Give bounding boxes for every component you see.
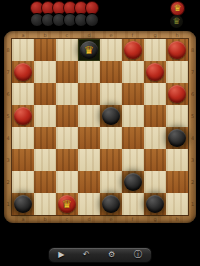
rank-label-left: 4 (7, 136, 10, 141)
square-r7c6[interactable] (122, 171, 144, 193)
square-r5c7 (144, 127, 166, 149)
file-label-top: b (44, 33, 47, 38)
square-r1c1 (12, 39, 34, 61)
bottom-toolbar: ▶↶⚙ⓘ (48, 247, 152, 263)
square-r6c5[interactable] (100, 149, 122, 171)
black-man[interactable] (146, 195, 164, 213)
square-r7c2[interactable] (34, 171, 56, 193)
square-r8c7[interactable] (144, 193, 166, 215)
square-r4c3[interactable] (56, 105, 78, 127)
black-king[interactable]: ♛ (80, 41, 98, 59)
square-r8c2 (34, 193, 56, 215)
square-r3c4[interactable] (78, 83, 100, 105)
square-r8c8 (166, 193, 188, 215)
rank-label-right: 2 (191, 180, 194, 185)
rank-label-left: 7 (7, 70, 10, 75)
rank-label-left: 6 (7, 92, 10, 97)
black-king-indicator: ♛ (170, 15, 183, 28)
red-man[interactable] (146, 63, 164, 81)
square-r5c1 (12, 127, 34, 149)
settings-icon[interactable]: ⚙ (108, 251, 115, 259)
square-r2c5[interactable] (100, 61, 122, 83)
square-r7c5 (100, 171, 122, 193)
rank-label-right: 4 (191, 136, 194, 141)
square-r7c7 (144, 171, 166, 193)
file-label-top: d (88, 33, 91, 38)
file-label-bottom: h (176, 217, 179, 222)
square-r2c8 (166, 61, 188, 83)
square-r6c3[interactable] (56, 149, 78, 171)
square-r5c2[interactable] (34, 127, 56, 149)
square-r6c7[interactable] (144, 149, 166, 171)
rank-label-right: 8 (191, 48, 194, 53)
file-label-top: g (154, 33, 157, 38)
red-man[interactable] (168, 85, 186, 103)
square-r5c5 (100, 127, 122, 149)
file-label-bottom: c (66, 217, 69, 222)
file-label-bottom: a (22, 217, 25, 222)
rank-label-right: 5 (191, 114, 194, 119)
square-r2c2 (34, 61, 56, 83)
red-king-indicator: ♛ (170, 1, 185, 16)
black-man[interactable] (14, 195, 32, 213)
square-r6c6 (122, 149, 144, 171)
square-r2c3[interactable] (56, 61, 78, 83)
square-r7c3 (56, 171, 78, 193)
rank-label-right: 1 (191, 202, 194, 207)
black-man[interactable] (102, 107, 120, 125)
black-man[interactable] (102, 195, 120, 213)
file-label-bottom: b (44, 217, 47, 222)
rank-label-right: 6 (191, 92, 194, 97)
square-r3c5 (100, 83, 122, 105)
square-r2c4 (78, 61, 100, 83)
square-r7c1 (12, 171, 34, 193)
square-r8c6 (122, 193, 144, 215)
file-label-top: f (132, 33, 134, 38)
square-r8c5[interactable] (100, 193, 122, 215)
black-man[interactable] (168, 129, 186, 147)
file-label-top: a (22, 33, 25, 38)
rank-label-left: 2 (7, 180, 10, 185)
square-r6c8 (166, 149, 188, 171)
square-r4c6 (122, 105, 144, 127)
square-r2c7[interactable] (144, 61, 166, 83)
square-r1c2[interactable] (34, 39, 56, 61)
square-r1c6[interactable] (122, 39, 144, 61)
red-man[interactable] (124, 41, 142, 59)
file-label-bottom: f (132, 217, 134, 222)
file-label-bottom: d (88, 217, 91, 222)
checkers-board: aabbccddeeffgghh8877665544332211 ♛♛ (4, 31, 196, 223)
square-r5c4[interactable] (78, 127, 100, 149)
square-r4c8 (166, 105, 188, 127)
rank-label-left: 8 (7, 48, 10, 53)
play-icon[interactable]: ▶ (58, 251, 64, 259)
undo-icon[interactable]: ↶ (83, 251, 90, 259)
captured-black-piece (85, 13, 99, 27)
square-r3c3 (56, 83, 78, 105)
rank-label-left: 5 (7, 114, 10, 119)
black-man[interactable] (124, 173, 142, 191)
red-crown-icon: ♛ (173, 4, 181, 13)
square-r3c7 (144, 83, 166, 105)
rank-label-left: 1 (7, 202, 10, 207)
square-r4c1[interactable] (12, 105, 34, 127)
square-r5c8[interactable] (166, 127, 188, 149)
square-r1c7 (144, 39, 166, 61)
square-r1c4[interactable]: ♛ (78, 39, 100, 61)
file-label-bottom: g (154, 217, 157, 222)
square-r1c5 (100, 39, 122, 61)
square-r2c6 (122, 61, 144, 83)
square-r6c4 (78, 149, 100, 171)
king-crown-icon: ♛ (62, 199, 72, 210)
rank-label-left: 3 (7, 158, 10, 163)
square-r1c8[interactable] (166, 39, 188, 61)
square-r1c3 (56, 39, 78, 61)
square-r5c3 (56, 127, 78, 149)
red-man[interactable] (168, 41, 186, 59)
file-label-bottom: e (110, 217, 113, 222)
square-r4c4 (78, 105, 100, 127)
file-label-top: e (110, 33, 113, 38)
file-label-top: h (176, 33, 179, 38)
square-r8c3[interactable]: ♛ (56, 193, 78, 215)
square-r3c6[interactable] (122, 83, 144, 105)
square-r5c6[interactable] (122, 127, 144, 149)
square-r7c4[interactable] (78, 171, 100, 193)
square-r6c1[interactable] (12, 149, 34, 171)
board-grid: ♛♛ (12, 39, 188, 215)
square-r3c2[interactable] (34, 83, 56, 105)
square-r2c1[interactable] (12, 61, 34, 83)
red-king[interactable]: ♛ (58, 195, 76, 213)
square-r3c8[interactable] (166, 83, 188, 105)
file-label-top: c (66, 33, 69, 38)
square-r8c1[interactable] (12, 193, 34, 215)
red-man[interactable] (14, 63, 32, 81)
square-r6c2 (34, 149, 56, 171)
square-r7c8[interactable] (166, 171, 188, 193)
square-r8c4 (78, 193, 100, 215)
black-crown-icon: ♛ (172, 17, 180, 26)
square-r3c1 (12, 83, 34, 105)
red-man[interactable] (14, 107, 32, 125)
info-icon[interactable]: ⓘ (134, 251, 142, 259)
king-crown-icon: ♛ (84, 45, 94, 56)
square-r4c2 (34, 105, 56, 127)
square-r4c7[interactable] (144, 105, 166, 127)
rank-label-right: 7 (191, 70, 194, 75)
square-r4c5[interactable] (100, 105, 122, 127)
rank-label-right: 3 (191, 158, 194, 163)
